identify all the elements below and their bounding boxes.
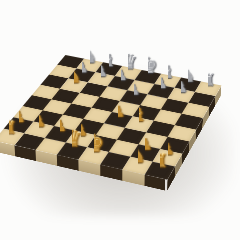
chess-set-photo: ♞♝♛♚♝♞♜♟♟♟♟♟♞♟♟♝♟♟♟♟♟♟♜♛♚♞♜ xyxy=(0,0,240,240)
